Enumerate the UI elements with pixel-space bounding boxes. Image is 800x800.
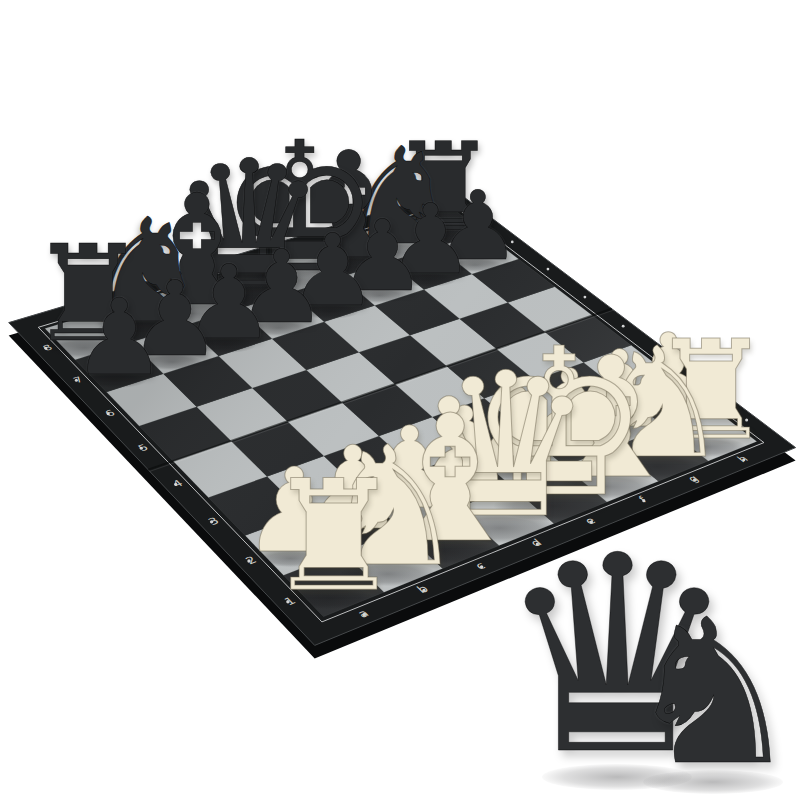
- frame-dot: [274, 248, 277, 251]
- frame-dot: [172, 279, 175, 282]
- frame-dot: [547, 268, 550, 271]
- frame-dot: [417, 205, 420, 208]
- frame-dot: [64, 311, 67, 314]
- frame-dot: [622, 325, 625, 328]
- frame-dot: [702, 386, 705, 389]
- frame-dot: [511, 241, 514, 244]
- frame-dot: [661, 355, 664, 358]
- frame-dot: [224, 263, 227, 266]
- frame-dot: [476, 214, 479, 217]
- closeup-black-knight: ♞: [613, 593, 800, 793]
- product-photo-scene: abcdefgh12345678 ♜♞♝♛♚♝♞♜♟♟♟♟♟♟♟♟♟♟♟♟♟♟♟…: [0, 0, 800, 800]
- frame-dot: [119, 295, 122, 298]
- frame-dot: [584, 296, 587, 299]
- frame-dot: [745, 418, 748, 421]
- frame-dot: [371, 219, 374, 222]
- frame-dot: [323, 234, 326, 237]
